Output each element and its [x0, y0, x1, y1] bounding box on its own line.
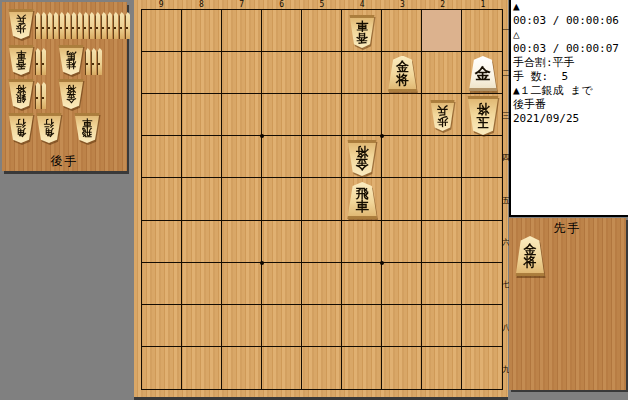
square-4-9[interactable] [342, 347, 382, 389]
square-4-6[interactable] [342, 221, 382, 263]
gote-piece-角行[interactable]: 角行 [36, 113, 62, 143]
square-4-3[interactable] [342, 94, 382, 136]
gote-piece-銀将[interactable]: 銀将 [8, 79, 34, 109]
square-8-7[interactable] [182, 263, 222, 305]
square-4-8[interactable] [342, 305, 382, 347]
square-7-1[interactable] [222, 10, 262, 52]
square-7-4[interactable] [222, 136, 262, 178]
hand-piece-duplicate-歩兵[interactable] [41, 12, 46, 39]
square-6-3[interactable] [262, 94, 302, 136]
square-3-8[interactable] [382, 305, 422, 347]
square-3-1[interactable] [382, 10, 422, 52]
file-label-6: 6 [262, 0, 302, 9]
hand-piece-duplicate-歩兵[interactable] [47, 12, 52, 39]
square-3-5[interactable] [382, 178, 422, 220]
square-2-2[interactable] [422, 52, 462, 94]
board: 987654321 一二三四五六七八九 香車金将金歩兵玉将金将飛車 [134, 0, 508, 397]
gote-clock: 00:03 / 00:00:07 [511, 42, 628, 56]
gote-tray-label: 後手 [2, 153, 127, 170]
square-6-4[interactable] [262, 136, 302, 178]
sente-clock: 00:03 / 00:00:06 [511, 14, 628, 28]
gote-piece-歩兵[interactable]: 歩兵 [8, 9, 34, 39]
square-6-8[interactable] [262, 305, 302, 347]
square-5-6[interactable] [302, 221, 342, 263]
sente-hand-tray: 先手 金将 [509, 218, 626, 390]
hand-piece-duplicate-歩兵[interactable] [35, 12, 40, 39]
square-8-8[interactable] [182, 305, 222, 347]
square-1-9[interactable] [462, 347, 502, 389]
square-1-5[interactable] [462, 178, 502, 220]
file-label-3: 3 [382, 0, 422, 9]
handicap-text: 手合割:平手 [511, 56, 628, 70]
square-8-1[interactable] [182, 10, 222, 52]
square-6-9[interactable] [262, 347, 302, 389]
square-9-7[interactable] [142, 263, 182, 305]
file-label-8: 8 [181, 0, 221, 9]
gote-piece-玉将-1三[interactable]: 玉将 [467, 96, 499, 135]
star-point [260, 261, 264, 265]
square-1-1[interactable] [462, 10, 502, 52]
hand-piece-duplicate-歩兵[interactable] [53, 12, 58, 39]
gote-piece-香車-4一[interactable]: 香車 [349, 15, 375, 48]
square-5-3[interactable] [302, 94, 342, 136]
hand-piece-duplicate-桂馬[interactable] [85, 48, 90, 75]
hand-piece-duplicate-歩兵[interactable] [71, 12, 76, 39]
sente-mark: ▲ [511, 0, 628, 14]
gote-mark: △ [511, 28, 628, 42]
square-3-7[interactable] [382, 263, 422, 305]
file-label-1: 1 [463, 0, 503, 9]
sente-piece-成銀-1二[interactable]: 金 [468, 56, 497, 91]
hand-piece-duplicate-歩兵[interactable] [113, 12, 118, 39]
sente-piece-金将-3二[interactable]: 金将 [387, 56, 417, 92]
square-8-5[interactable] [182, 178, 222, 220]
board-grid [141, 9, 503, 390]
square-5-4[interactable] [302, 136, 342, 178]
turn-indicator: 後手番 [511, 98, 628, 112]
square-6-2[interactable] [262, 52, 302, 94]
square-5-5[interactable] [302, 178, 342, 220]
hand-piece-duplicate-桂馬[interactable] [91, 48, 96, 75]
game-date: 2021/09/25 [511, 112, 628, 126]
sente-piece-金将[interactable]: 金将 [515, 236, 545, 276]
hand-piece-duplicate-歩兵[interactable] [83, 12, 88, 39]
square-9-2[interactable] [142, 52, 182, 94]
square-7-5[interactable] [222, 178, 262, 220]
hand-piece-duplicate-歩兵[interactable] [77, 12, 82, 39]
square-2-9[interactable] [422, 347, 462, 389]
hand-piece-duplicate-歩兵[interactable] [101, 12, 106, 39]
hand-piece-duplicate-歩兵[interactable] [107, 12, 112, 39]
square-3-3[interactable] [382, 94, 422, 136]
game-info-panel: ▲ 00:03 / 00:00:06 △ 00:03 / 00:00:07 手合… [509, 0, 628, 217]
square-1-7[interactable] [462, 263, 502, 305]
square-9-6[interactable] [142, 221, 182, 263]
square-9-1[interactable] [142, 10, 182, 52]
move-count-text: 手 数: 5 [511, 70, 628, 84]
star-point [260, 134, 264, 138]
file-coordinates: 987654321 [141, 0, 503, 9]
square-2-8[interactable] [422, 305, 462, 347]
hand-piece-duplicate-歩兵[interactable] [95, 12, 100, 39]
square-2-1[interactable] [422, 10, 462, 52]
file-label-4: 4 [342, 0, 382, 9]
gote-hand-pieces: 歩兵香車桂馬銀将金将角行角行飛車 [2, 2, 127, 143]
square-7-2[interactable] [222, 52, 262, 94]
hand-piece-duplicate-歩兵[interactable] [119, 12, 124, 39]
last-move-text: ▲１二銀成 まで [511, 84, 628, 98]
gote-hand-tray: 歩兵香車桂馬銀将金将角行角行飛車 後手 [2, 2, 127, 171]
gote-piece-香車[interactable]: 香車 [8, 45, 34, 75]
square-7-9[interactable] [222, 347, 262, 389]
hand-piece-duplicate-香車[interactable] [35, 48, 40, 75]
gote-piece-飛車[interactable]: 飛車 [74, 113, 100, 143]
square-8-9[interactable] [182, 347, 222, 389]
square-7-3[interactable] [222, 94, 262, 136]
square-3-9[interactable] [382, 347, 422, 389]
square-7-6[interactable] [222, 221, 262, 263]
square-2-7[interactable] [422, 263, 462, 305]
square-5-9[interactable] [302, 347, 342, 389]
square-5-8[interactable] [302, 305, 342, 347]
hand-piece-duplicate-歩兵[interactable] [125, 12, 130, 39]
square-3-4[interactable] [382, 136, 422, 178]
square-5-1[interactable] [302, 10, 342, 52]
square-4-2[interactable] [342, 52, 382, 94]
square-2-4[interactable] [422, 136, 462, 178]
hand-piece-duplicate-銀将[interactable] [41, 82, 46, 109]
square-9-5[interactable] [142, 178, 182, 220]
hand-piece-duplicate-銀将[interactable] [35, 82, 40, 109]
file-label-5: 5 [302, 0, 342, 9]
gote-piece-金将-4四[interactable]: 金将 [347, 140, 377, 176]
square-1-6[interactable] [462, 221, 502, 263]
hand-piece-duplicate-歩兵[interactable] [59, 12, 64, 39]
file-label-9: 9 [141, 0, 181, 9]
square-5-2[interactable] [302, 52, 342, 94]
square-8-4[interactable] [182, 136, 222, 178]
square-5-7[interactable] [302, 263, 342, 305]
hand-piece-duplicate-香車[interactable] [41, 48, 46, 75]
square-2-5[interactable] [422, 178, 462, 220]
square-8-2[interactable] [182, 52, 222, 94]
square-1-4[interactable] [462, 136, 502, 178]
file-label-7: 7 [221, 0, 261, 9]
square-9-9[interactable] [142, 347, 182, 389]
square-9-4[interactable] [142, 136, 182, 178]
gote-piece-桂馬[interactable]: 桂馬 [58, 45, 84, 75]
square-2-6[interactable] [422, 221, 462, 263]
square-8-3[interactable] [182, 94, 222, 136]
file-label-2: 2 [423, 0, 463, 9]
sente-hand-pieces: 金将 [509, 234, 626, 282]
square-7-7[interactable] [222, 263, 262, 305]
square-9-3[interactable] [142, 94, 182, 136]
square-6-1[interactable] [262, 10, 302, 52]
square-6-5[interactable] [262, 178, 302, 220]
square-6-7[interactable] [262, 263, 302, 305]
gote-piece-角行[interactable]: 角行 [8, 113, 34, 143]
square-1-8[interactable] [462, 305, 502, 347]
hand-piece-duplicate-歩兵[interactable] [89, 12, 94, 39]
square-8-6[interactable] [182, 221, 222, 263]
square-4-7[interactable] [342, 263, 382, 305]
hand-piece-duplicate-桂馬[interactable] [97, 48, 102, 75]
gote-piece-歩兵-2三[interactable]: 歩兵 [430, 100, 455, 131]
square-3-6[interactable] [382, 221, 422, 263]
square-7-8[interactable] [222, 305, 262, 347]
gote-piece-金将[interactable]: 金将 [58, 79, 84, 109]
sente-piece-飛車-4五[interactable]: 飛車 [347, 182, 378, 219]
square-9-8[interactable] [142, 305, 182, 347]
hand-piece-duplicate-歩兵[interactable] [65, 12, 70, 39]
square-6-6[interactable] [262, 221, 302, 263]
